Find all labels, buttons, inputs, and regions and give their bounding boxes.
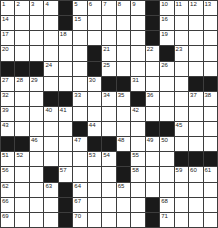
black-cell-r12c4 [44, 167, 58, 182]
black-cell-r1c11 [146, 1, 160, 16]
crossword-grid: 1234567891011121314151617181920212223242… [0, 0, 218, 228]
cell-r5c4[interactable]: 24 [44, 62, 58, 77]
cell-r8c9[interactable] [117, 107, 131, 122]
cell-r14c7[interactable] [88, 198, 102, 213]
black-cell-r10c2 [15, 137, 29, 152]
black-cell-r6c9 [117, 77, 131, 92]
clue-number: 5 [74, 1, 77, 8]
cell-r2c10[interactable] [131, 16, 145, 31]
black-cell-r11c15 [204, 152, 218, 167]
clue-number: 25 [103, 62, 110, 69]
black-cell-r4c12 [160, 46, 174, 61]
clue-number: 70 [74, 213, 81, 220]
clue-number: 56 [2, 167, 9, 174]
black-cell-r9c11 [146, 122, 160, 137]
cell-r1c1[interactable]: 1 [1, 1, 15, 16]
clue-number: 68 [161, 198, 168, 205]
clue-number: 50 [161, 137, 168, 144]
cell-r7c12[interactable] [160, 92, 174, 107]
cell-r5c11[interactable] [146, 62, 160, 77]
cell-r2c4[interactable] [44, 16, 58, 31]
cell-r13c12[interactable] [160, 183, 174, 198]
black-cell-r4c7 [88, 46, 102, 61]
black-cell-r15c11 [146, 213, 160, 228]
cell-r8c5[interactable]: 41 [59, 107, 73, 122]
clue-number: 14 [2, 16, 9, 23]
cell-r8c12[interactable] [160, 107, 174, 122]
cell-r12c12[interactable] [160, 167, 174, 182]
cell-r13c15[interactable] [204, 183, 218, 198]
cell-r12c3[interactable] [30, 167, 44, 182]
cell-r6c7[interactable]: 30 [88, 77, 102, 92]
clue-number: 20 [2, 46, 9, 53]
cell-r4c8[interactable]: 21 [102, 46, 116, 61]
cell-r12c7[interactable] [88, 167, 102, 182]
cell-r8c13[interactable] [175, 107, 189, 122]
cell-r11c2[interactable]: 52 [15, 152, 29, 167]
cell-r15c2[interactable] [15, 213, 29, 228]
black-cell-r10c7 [88, 137, 102, 152]
cell-r6c2[interactable]: 28 [15, 77, 29, 92]
cell-r7c2[interactable] [15, 92, 29, 107]
cell-r6c13[interactable] [175, 77, 189, 92]
clue-number: 64 [74, 183, 81, 190]
cell-r5c9[interactable] [117, 62, 131, 77]
cell-r5c6[interactable] [73, 62, 87, 77]
clue-number: 17 [2, 31, 9, 38]
clue-number: 65 [118, 183, 125, 190]
black-cell-r9c6 [73, 122, 87, 137]
clue-number: 2 [16, 1, 19, 8]
black-cell-r14c5 [59, 198, 73, 213]
black-cell-r7c5 [59, 92, 73, 107]
cell-r10c3[interactable]: 46 [30, 137, 44, 152]
clue-number: 63 [45, 183, 52, 190]
cell-r12c13[interactable]: 59 [175, 167, 189, 182]
clue-number: 18 [60, 31, 67, 38]
clue-number: 3 [31, 1, 34, 8]
cell-r15c14[interactable] [189, 213, 203, 228]
cell-r4c13[interactable]: 23 [175, 46, 189, 61]
clue-number: 11 [176, 1, 182, 8]
cell-r12c15[interactable]: 61 [204, 167, 218, 182]
cell-r12c10[interactable]: 58 [131, 167, 145, 182]
black-cell-r2c5 [59, 16, 73, 31]
clue-number: 30 [89, 77, 96, 84]
cell-r2c15[interactable] [204, 16, 218, 31]
clue-number: 8 [118, 1, 121, 8]
cell-r2c2[interactable] [15, 16, 29, 31]
clue-number: 21 [103, 46, 110, 53]
cell-r9c13[interactable]: 45 [175, 122, 189, 137]
cell-r13c7[interactable] [88, 183, 102, 198]
clue-number: 52 [16, 152, 23, 159]
cell-r14c14[interactable] [189, 198, 203, 213]
clue-number: 43 [2, 122, 9, 129]
black-cell-r5c7 [88, 62, 102, 77]
cell-r4c6[interactable] [73, 46, 87, 61]
cell-r13c8[interactable] [102, 183, 116, 198]
clue-number: 45 [176, 122, 183, 129]
cell-r13c13[interactable] [175, 183, 189, 198]
cell-r7c6[interactable]: 33 [73, 92, 87, 107]
cell-r14c13[interactable] [175, 198, 189, 213]
clue-number: 59 [176, 167, 183, 174]
cell-r14c15[interactable] [204, 198, 218, 213]
clue-number: 42 [132, 107, 139, 114]
black-cell-r11c9 [117, 152, 131, 167]
clue-number: 16 [161, 16, 168, 23]
cell-r3c3[interactable] [30, 31, 44, 46]
cell-r13c14[interactable] [189, 183, 203, 198]
cell-r7c7[interactable] [88, 92, 102, 107]
clue-number: 38 [205, 92, 212, 99]
cell-r7c1[interactable]: 32 [1, 92, 15, 107]
cell-r10c9[interactable]: 48 [117, 137, 131, 152]
cell-r2c3[interactable] [30, 16, 44, 31]
cell-r15c10[interactable] [131, 213, 145, 228]
clue-number: 51 [2, 152, 9, 159]
cell-r5c14[interactable] [189, 62, 203, 77]
cell-r2c8[interactable] [102, 16, 116, 31]
clue-number: 41 [60, 107, 67, 114]
black-cell-r12c9 [117, 167, 131, 182]
cell-r12c5[interactable]: 57 [59, 167, 73, 182]
cell-r8c3[interactable] [30, 107, 44, 122]
cell-r1c15[interactable]: 13 [204, 1, 218, 16]
black-cell-r10c1 [1, 137, 15, 152]
cell-r13c3[interactable] [30, 183, 44, 198]
cell-r7c9[interactable]: 35 [117, 92, 131, 107]
black-cell-r1c5 [59, 1, 73, 16]
cell-r1c13[interactable]: 11 [175, 1, 189, 16]
clue-number: 67 [74, 198, 81, 205]
clue-number: 12 [190, 1, 197, 8]
cell-r6c4[interactable] [44, 77, 58, 92]
cell-r15c8[interactable] [102, 213, 116, 228]
cell-r1c2[interactable]: 2 [15, 1, 29, 16]
clue-number: 48 [118, 137, 125, 144]
black-cell-r10c8 [102, 137, 116, 152]
cell-r15c1[interactable]: 69 [1, 213, 15, 228]
clue-number: 36 [147, 92, 154, 99]
cell-r3c12[interactable]: 19 [160, 31, 174, 46]
cell-r1c8[interactable]: 7 [102, 1, 116, 16]
cell-r13c9[interactable]: 65 [117, 183, 131, 198]
clue-number: 13 [205, 1, 212, 8]
cell-r9c8[interactable] [102, 122, 116, 137]
clue-number: 39 [2, 107, 9, 114]
black-cell-r13c5 [59, 183, 73, 198]
cell-r2c13[interactable] [175, 16, 189, 31]
cell-r2c14[interactable] [189, 16, 203, 31]
cell-r14c10[interactable] [131, 198, 145, 213]
cell-r11c1[interactable]: 51 [1, 152, 15, 167]
cell-r15c3[interactable] [30, 213, 44, 228]
cell-r1c12[interactable]: 10 [160, 1, 174, 16]
cell-r8c6[interactable] [73, 107, 87, 122]
cell-r15c13[interactable] [175, 213, 189, 228]
black-cell-r7c10 [131, 92, 145, 107]
clue-number: 58 [132, 167, 139, 174]
clue-number: 33 [74, 92, 81, 99]
black-cell-r5c3 [30, 62, 44, 77]
cell-r9c5[interactable] [59, 122, 73, 137]
cell-r11c8[interactable]: 54 [102, 152, 116, 167]
clue-number: 7 [103, 1, 106, 8]
cell-r11c7[interactable]: 53 [88, 152, 102, 167]
cell-r2c6[interactable]: 15 [73, 16, 87, 31]
cell-r2c7[interactable] [88, 16, 102, 31]
cell-r14c2[interactable] [15, 198, 29, 213]
clue-number: 26 [161, 62, 168, 69]
cell-r9c9[interactable] [117, 122, 131, 137]
clue-number: 34 [103, 92, 110, 99]
cell-r8c8[interactable] [102, 107, 116, 122]
cell-r10c4[interactable] [44, 137, 58, 152]
cell-r12c11[interactable] [146, 167, 160, 182]
cell-r4c9[interactable] [117, 46, 131, 61]
cell-r4c5[interactable] [59, 46, 73, 61]
cell-r14c6[interactable]: 67 [73, 198, 87, 213]
cell-r8c15[interactable] [204, 107, 218, 122]
cell-r8c11[interactable] [146, 107, 160, 122]
clue-number: 54 [103, 152, 110, 159]
clue-number: 37 [190, 92, 197, 99]
cell-r12c6[interactable] [73, 167, 87, 182]
cell-r11c11[interactable] [146, 152, 160, 167]
cell-r11c3[interactable] [30, 152, 44, 167]
clue-number: 40 [45, 107, 52, 114]
cell-r13c11[interactable] [146, 183, 160, 198]
cell-r7c11[interactable]: 36 [146, 92, 160, 107]
clue-number: 55 [132, 152, 139, 159]
cell-r15c9[interactable] [117, 213, 131, 228]
cell-r9c1[interactable]: 43 [1, 122, 15, 137]
cell-r1c6[interactable]: 5 [73, 1, 87, 16]
cell-r3c15[interactable] [204, 31, 218, 46]
clue-number: 71 [161, 213, 168, 220]
black-cell-r11c14 [189, 152, 203, 167]
clue-number: 44 [89, 122, 96, 129]
cell-r10c13[interactable] [175, 137, 189, 152]
cell-r5c12[interactable]: 26 [160, 62, 174, 77]
clue-number: 60 [190, 167, 197, 174]
black-cell-r6c8 [102, 77, 116, 92]
cell-r15c15[interactable] [204, 213, 218, 228]
cell-r14c4[interactable] [44, 198, 58, 213]
black-cell-r7c4 [44, 92, 58, 107]
cell-r13c6[interactable]: 64 [73, 183, 87, 198]
clue-number: 32 [2, 92, 9, 99]
cell-r14c9[interactable] [117, 198, 131, 213]
cell-r3c7[interactable] [88, 31, 102, 46]
clue-number: 61 [205, 167, 212, 174]
cell-r4c1[interactable]: 20 [1, 46, 15, 61]
clue-number: 62 [2, 183, 9, 190]
clue-number: 15 [74, 16, 81, 23]
cell-r2c12[interactable]: 16 [160, 16, 174, 31]
cell-r11c10[interactable]: 55 [131, 152, 145, 167]
clue-number: 10 [161, 1, 168, 8]
black-cell-r5c2 [15, 62, 29, 77]
clue-number: 4 [45, 1, 48, 8]
cell-r9c3[interactable] [30, 122, 44, 137]
cell-r2c1[interactable]: 14 [1, 16, 15, 31]
clue-number: 28 [16, 77, 23, 84]
cell-r8c7[interactable] [88, 107, 102, 122]
clue-number: 1 [2, 1, 5, 8]
cell-r4c2[interactable] [15, 46, 29, 61]
cell-r6c11[interactable] [146, 77, 160, 92]
cell-r4c11[interactable]: 22 [146, 46, 160, 61]
cell-r4c4[interactable] [44, 46, 58, 61]
clue-number: 35 [118, 92, 125, 99]
cell-r6c1[interactable]: 27 [1, 77, 15, 92]
cell-r8c10[interactable]: 42 [131, 107, 145, 122]
cell-r13c10[interactable] [131, 183, 145, 198]
clue-number: 57 [60, 167, 67, 174]
cell-r3c14[interactable] [189, 31, 203, 46]
cell-r9c15[interactable] [204, 122, 218, 137]
clue-number: 19 [161, 31, 168, 38]
cell-r14c1[interactable]: 66 [1, 198, 15, 213]
clue-number: 47 [74, 137, 81, 144]
cell-r9c14[interactable] [189, 122, 203, 137]
cell-r7c13[interactable] [175, 92, 189, 107]
crossword-puzzle: 1234567891011121314151617181920212223242… [0, 0, 218, 228]
cell-r5c5[interactable] [59, 62, 73, 77]
cell-r10c6[interactable]: 47 [73, 137, 87, 152]
cell-r3c13[interactable] [175, 31, 189, 46]
cell-r12c1[interactable]: 56 [1, 167, 15, 182]
cell-r15c4[interactable] [44, 213, 58, 228]
cell-r3c2[interactable] [15, 31, 29, 46]
cell-r1c10[interactable]: 9 [131, 1, 145, 16]
cell-r12c2[interactable] [15, 167, 29, 182]
cell-r4c10[interactable] [131, 46, 145, 61]
black-cell-r6c15 [204, 77, 218, 92]
cell-r5c15[interactable] [204, 62, 218, 77]
cell-r9c10[interactable] [131, 122, 145, 137]
cell-r14c8[interactable] [102, 198, 116, 213]
clue-number: 27 [2, 77, 9, 84]
cell-r1c4[interactable]: 4 [44, 1, 58, 16]
cell-r7c3[interactable] [30, 92, 44, 107]
cell-r1c14[interactable]: 12 [189, 1, 203, 16]
cell-r4c14[interactable] [189, 46, 203, 61]
cell-r4c15[interactable] [204, 46, 218, 61]
cell-r10c15[interactable] [204, 137, 218, 152]
clue-number: 46 [31, 137, 38, 144]
cell-r8c14[interactable] [189, 107, 203, 122]
cell-r4c3[interactable] [30, 46, 44, 61]
cell-r13c2[interactable] [15, 183, 29, 198]
cell-r11c5[interactable] [59, 152, 73, 167]
cell-r10c14[interactable] [189, 137, 203, 152]
cell-r3c5[interactable]: 18 [59, 31, 73, 46]
cell-r8c2[interactable] [15, 107, 29, 122]
clue-number: 66 [2, 198, 9, 205]
cell-r1c3[interactable]: 3 [30, 1, 44, 16]
cell-r2c9[interactable] [117, 16, 131, 31]
cell-r10c12[interactable]: 50 [160, 137, 174, 152]
black-cell-r14c11 [146, 198, 160, 213]
black-cell-r11c13 [175, 152, 189, 167]
cell-r3c1[interactable]: 17 [1, 31, 15, 46]
cell-r6c3[interactable]: 29 [30, 77, 44, 92]
cell-r5c13[interactable] [175, 62, 189, 77]
cell-r3c9[interactable] [117, 31, 131, 46]
clue-number: 31 [132, 77, 139, 84]
cell-r6c6[interactable] [73, 77, 87, 92]
black-cell-r2c11 [146, 16, 160, 31]
cell-r9c4[interactable] [44, 122, 58, 137]
cell-r1c7[interactable]: 6 [88, 1, 102, 16]
cell-r14c12[interactable]: 68 [160, 198, 174, 213]
clue-number: 22 [147, 46, 154, 53]
clue-number: 29 [31, 77, 38, 84]
cell-r9c2[interactable] [15, 122, 29, 137]
clue-number: 49 [147, 137, 154, 144]
clue-number: 69 [2, 213, 9, 220]
cell-r3c10[interactable] [131, 31, 145, 46]
cell-r10c10[interactable] [131, 137, 145, 152]
cell-r5c8[interactable]: 25 [102, 62, 116, 77]
cell-r11c4[interactable] [44, 152, 58, 167]
cell-r11c12[interactable] [160, 152, 174, 167]
cell-r3c8[interactable] [102, 31, 116, 46]
clue-number: 23 [176, 46, 183, 53]
cell-r13c1[interactable]: 62 [1, 183, 15, 198]
cell-r14c3[interactable] [30, 198, 44, 213]
cell-r6c10[interactable]: 31 [131, 77, 145, 92]
cell-r8c1[interactable]: 39 [1, 107, 15, 122]
cell-r6c12[interactable] [160, 77, 174, 92]
cell-r6c5[interactable] [59, 77, 73, 92]
cell-r3c4[interactable] [44, 31, 58, 46]
clue-number: 24 [45, 62, 52, 69]
cell-r15c12[interactable]: 71 [160, 213, 174, 228]
cell-r3c6[interactable] [73, 31, 87, 46]
black-cell-r5c1 [1, 62, 15, 77]
cell-r15c7[interactable] [88, 213, 102, 228]
cell-r12c14[interactable]: 60 [189, 167, 203, 182]
cell-r9c7[interactable]: 44 [88, 122, 102, 137]
cell-r5c10[interactable] [131, 62, 145, 77]
cell-r10c5[interactable] [59, 137, 73, 152]
clue-number: 9 [132, 1, 135, 8]
cell-r7c15[interactable]: 38 [204, 92, 218, 107]
black-cell-r6c14 [189, 77, 203, 92]
cell-r8c4[interactable]: 40 [44, 107, 58, 122]
cell-r7c14[interactable]: 37 [189, 92, 203, 107]
black-cell-r9c12 [160, 122, 174, 137]
cell-r10c11[interactable]: 49 [146, 137, 160, 152]
cell-r7c8[interactable]: 34 [102, 92, 116, 107]
cell-r11c6[interactable] [73, 152, 87, 167]
cell-r12c8[interactable] [102, 167, 116, 182]
black-cell-r15c5 [59, 213, 73, 228]
cell-r1c9[interactable]: 8 [117, 1, 131, 16]
black-cell-r3c11 [146, 31, 160, 46]
cell-r13c4[interactable]: 63 [44, 183, 58, 198]
cell-r15c6[interactable]: 70 [73, 213, 87, 228]
clue-number: 53 [89, 152, 96, 159]
clue-number: 6 [89, 1, 92, 8]
